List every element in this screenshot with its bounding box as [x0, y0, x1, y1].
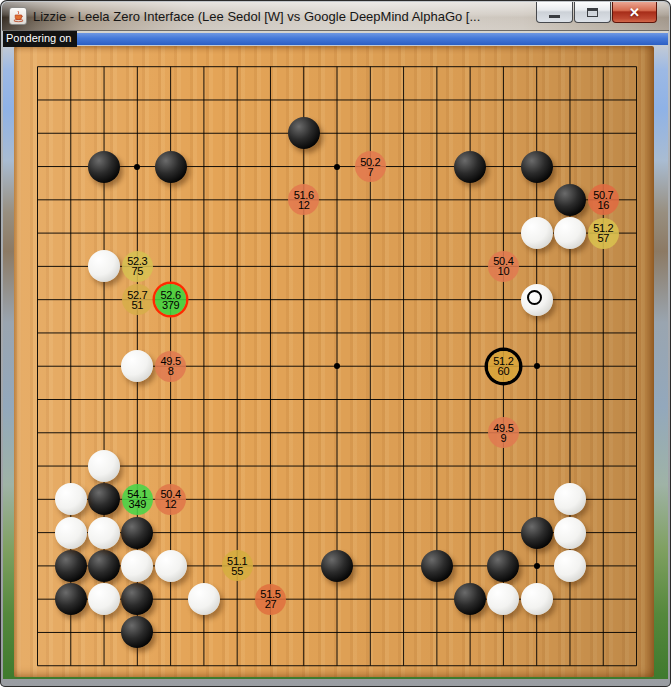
- black-stone[interactable]: [521, 517, 553, 549]
- close-button[interactable]: ✕: [612, 2, 657, 23]
- white-stone[interactable]: [88, 450, 120, 482]
- black-stone[interactable]: [288, 117, 320, 149]
- black-stone[interactable]: [55, 583, 87, 615]
- star-point: [534, 563, 540, 569]
- analysis-overlay[interactable]: 50.412: [155, 484, 186, 515]
- go-board[interactable]: 50.2751.61250.71651.25750.41051.26049.59…: [14, 46, 654, 677]
- title-bar[interactable]: Lizzie - Leela Zero Interface (Lee Sedol…: [2, 2, 669, 31]
- white-stone[interactable]: [155, 550, 187, 582]
- black-stone[interactable]: [88, 151, 120, 183]
- white-stone[interactable]: [554, 517, 586, 549]
- maximize-icon: [587, 8, 598, 17]
- overlay-visits: 10: [498, 266, 510, 276]
- analysis-overlay[interactable]: 49.59: [488, 417, 519, 448]
- analysis-overlay[interactable]: 51.155: [222, 550, 253, 581]
- analysis-overlay[interactable]: 54.1349: [122, 484, 153, 515]
- close-icon: ✕: [629, 5, 640, 20]
- overlay-visits: 7: [367, 167, 373, 177]
- black-stone[interactable]: [155, 151, 187, 183]
- overlay-visits: 8: [168, 366, 174, 376]
- black-stone[interactable]: [521, 151, 553, 183]
- java-app-icon: [9, 7, 27, 25]
- window-title: Lizzie - Leela Zero Interface (Lee Sedol…: [33, 9, 480, 24]
- white-stone[interactable]: [88, 583, 120, 615]
- overlay-visits: 379: [162, 300, 179, 310]
- white-stone[interactable]: [121, 550, 153, 582]
- overlay-visits: 12: [298, 200, 310, 210]
- overlay-visits: 27: [265, 599, 277, 609]
- coffee-cup-icon: [12, 10, 25, 23]
- blue-accent-bar: [3, 33, 668, 45]
- white-stone[interactable]: [521, 583, 553, 615]
- analysis-overlay[interactable]: 52.751: [122, 284, 153, 315]
- white-stone[interactable]: [554, 217, 586, 249]
- window-controls: ✕: [536, 2, 657, 23]
- black-stone[interactable]: [121, 517, 153, 549]
- white-stone[interactable]: [554, 550, 586, 582]
- overlay-visits: 57: [597, 233, 609, 243]
- black-stone[interactable]: [554, 184, 586, 216]
- maximize-button[interactable]: [574, 2, 611, 23]
- black-stone[interactable]: [88, 550, 120, 582]
- overlay-visits: 349: [129, 499, 146, 509]
- pondering-status: Pondering on: [3, 31, 77, 47]
- black-stone[interactable]: [321, 550, 353, 582]
- white-stone[interactable]: [88, 517, 120, 549]
- minimize-icon: [549, 15, 560, 18]
- overlay-visits: 12: [165, 499, 177, 509]
- minimize-button[interactable]: [536, 2, 573, 23]
- white-stone[interactable]: [55, 483, 87, 515]
- analysis-overlay[interactable]: 50.410: [488, 251, 519, 282]
- overlay-visits: 9: [500, 433, 506, 443]
- analysis-overlay[interactable]: 51.257: [588, 218, 619, 249]
- analysis-overlay[interactable]: 52.375: [122, 251, 153, 282]
- white-stone[interactable]: [521, 217, 553, 249]
- analysis-overlay[interactable]: 50.27: [355, 151, 386, 182]
- star-point: [134, 164, 140, 170]
- overlay-visits: 75: [132, 266, 144, 276]
- white-stone[interactable]: [188, 583, 220, 615]
- overlay-visits: 60: [498, 366, 510, 376]
- content-area: Pondering on 50.2751.61250.71651.25750.4…: [3, 31, 668, 679]
- analysis-overlay[interactable]: 50.716: [588, 184, 619, 215]
- star-point: [534, 363, 540, 369]
- analysis-overlay[interactable]: 51.260: [488, 351, 519, 382]
- board-grid: [14, 46, 654, 677]
- analysis-overlay[interactable]: 51.527: [255, 584, 286, 615]
- star-point: [334, 164, 340, 170]
- overlay-visits: 51: [132, 300, 144, 310]
- lizzie-window: Lizzie - Leela Zero Interface (Lee Sedol…: [0, 0, 671, 687]
- black-stone[interactable]: [454, 151, 486, 183]
- black-stone[interactable]: [421, 550, 453, 582]
- analysis-overlay[interactable]: 49.58: [155, 351, 186, 382]
- overlay-visits: 55: [231, 566, 243, 576]
- white-stone[interactable]: [55, 517, 87, 549]
- black-stone[interactable]: [55, 550, 87, 582]
- overlay-visits: 16: [597, 200, 609, 210]
